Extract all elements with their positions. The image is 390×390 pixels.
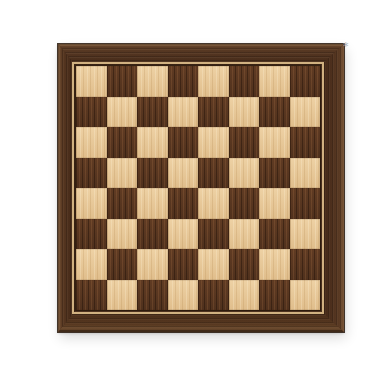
board-grid xyxy=(76,66,320,310)
square-f3 xyxy=(229,219,260,250)
square-h6 xyxy=(290,127,321,158)
square-c4 xyxy=(137,188,168,219)
square-d6 xyxy=(168,127,199,158)
square-g6 xyxy=(259,127,290,158)
square-c7 xyxy=(137,97,168,128)
square-c8 xyxy=(137,66,168,97)
square-h5 xyxy=(290,158,321,189)
square-g1 xyxy=(259,280,290,311)
square-b6 xyxy=(107,127,138,158)
square-e3 xyxy=(198,219,229,250)
square-e2 xyxy=(198,249,229,280)
square-d1 xyxy=(168,280,199,311)
square-d5 xyxy=(168,158,199,189)
square-a8 xyxy=(76,66,107,97)
square-c3 xyxy=(137,219,168,250)
square-d7 xyxy=(168,97,199,128)
square-e8 xyxy=(198,66,229,97)
square-f1 xyxy=(229,280,260,311)
square-a4 xyxy=(76,188,107,219)
board-frame-right xyxy=(320,44,344,332)
square-a5 xyxy=(76,158,107,189)
square-g8 xyxy=(259,66,290,97)
square-c5 xyxy=(137,158,168,189)
square-c6 xyxy=(137,127,168,158)
square-f4 xyxy=(229,188,260,219)
square-f2 xyxy=(229,249,260,280)
square-e5 xyxy=(198,158,229,189)
square-f6 xyxy=(229,127,260,158)
square-d3 xyxy=(168,219,199,250)
square-h4 xyxy=(290,188,321,219)
square-e1 xyxy=(198,280,229,311)
square-f8 xyxy=(229,66,260,97)
square-e6 xyxy=(198,127,229,158)
watermark-asterisk: * xyxy=(343,42,349,52)
square-a1 xyxy=(76,280,107,311)
square-h1 xyxy=(290,280,321,311)
square-a2 xyxy=(76,249,107,280)
square-b1 xyxy=(107,280,138,311)
square-f7 xyxy=(229,97,260,128)
square-g2 xyxy=(259,249,290,280)
board-frame-left xyxy=(58,44,76,332)
square-b5 xyxy=(107,158,138,189)
square-h3 xyxy=(290,219,321,250)
square-b7 xyxy=(107,97,138,128)
board-frame-bottom xyxy=(58,310,344,332)
square-h8 xyxy=(290,66,321,97)
photo-background: * xyxy=(0,0,390,390)
square-b3 xyxy=(107,219,138,250)
square-g5 xyxy=(259,158,290,189)
square-h7 xyxy=(290,97,321,128)
square-b8 xyxy=(107,66,138,97)
square-g4 xyxy=(259,188,290,219)
square-e4 xyxy=(198,188,229,219)
square-g7 xyxy=(259,97,290,128)
square-g3 xyxy=(259,219,290,250)
chessboard xyxy=(58,44,344,332)
square-c2 xyxy=(137,249,168,280)
square-a7 xyxy=(76,97,107,128)
square-b4 xyxy=(107,188,138,219)
square-a3 xyxy=(76,219,107,250)
square-d2 xyxy=(168,249,199,280)
board-frame-top xyxy=(58,44,344,66)
square-e7 xyxy=(198,97,229,128)
square-h2 xyxy=(290,249,321,280)
square-c1 xyxy=(137,280,168,311)
square-d4 xyxy=(168,188,199,219)
square-f5 xyxy=(229,158,260,189)
square-b2 xyxy=(107,249,138,280)
square-d8 xyxy=(168,66,199,97)
square-a6 xyxy=(76,127,107,158)
